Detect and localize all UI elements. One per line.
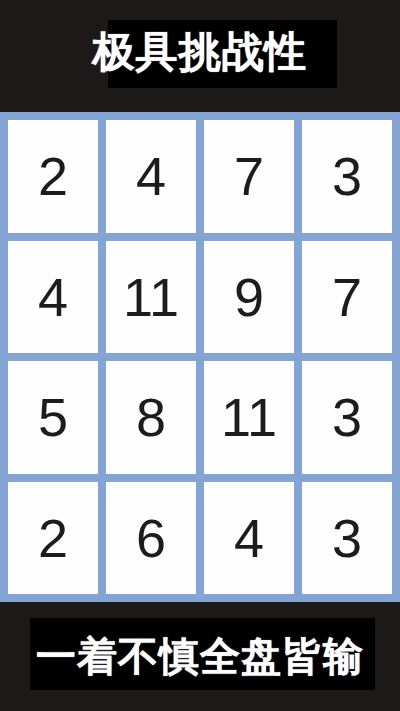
grid-cell[interactable]: 3: [302, 482, 392, 595]
grid-cell[interactable]: 8: [106, 361, 196, 474]
grid-cell[interactable]: 7: [302, 241, 392, 354]
grid-cell[interactable]: 11: [204, 361, 294, 474]
grid-cell[interactable]: 7: [204, 120, 294, 233]
grid-cell[interactable]: 4: [204, 482, 294, 595]
grid-cell[interactable]: 5: [8, 361, 98, 474]
footer-caption: 一着不慎全盘皆输: [0, 602, 400, 711]
grid-cell[interactable]: 2: [8, 482, 98, 595]
grid-cell[interactable]: 3: [302, 120, 392, 233]
grid-cell[interactable]: 4: [8, 241, 98, 354]
grid-cell[interactable]: 9: [204, 241, 294, 354]
bottom-banner: 一着不慎全盘皆输: [0, 602, 400, 711]
grid-cell[interactable]: 3: [302, 361, 392, 474]
grid-cell[interactable]: 2: [8, 120, 98, 233]
board-grid: 247341197581132643: [0, 112, 400, 602]
top-banner: 极具挑战性: [0, 0, 400, 112]
page-title: 极具挑战性: [0, 0, 400, 104]
grid-cell[interactable]: 11: [106, 241, 196, 354]
grid-cell[interactable]: 6: [106, 482, 196, 595]
grid-cell[interactable]: 4: [106, 120, 196, 233]
